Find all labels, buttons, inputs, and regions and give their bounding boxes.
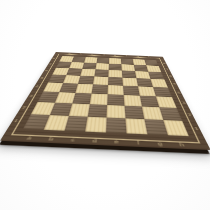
rank-label: 5 (170, 80, 178, 88)
square-e1 (106, 118, 127, 134)
file-label: c (61, 138, 84, 144)
rank-label: 7 (164, 66, 171, 73)
file-label: b (75, 53, 87, 55)
rank-label: 2 (184, 108, 196, 121)
board-border: abcdefgh abcdefgh 87654321 87654321 (0, 52, 210, 150)
file-label: g (132, 55, 144, 57)
rank-label: 3 (179, 97, 189, 108)
square-d2 (88, 104, 107, 117)
rank-label: 8 (50, 56, 57, 62)
square-h2 (159, 107, 182, 121)
rank-label: 2 (17, 101, 30, 114)
rank-label: 1 (190, 121, 204, 137)
file-label: h (170, 142, 194, 149)
rank-label: 4 (32, 82, 42, 91)
file-label: h (143, 56, 155, 58)
product-photo: abcdefgh abcdefgh 87654321 87654321 (0, 0, 210, 210)
file-label: c (86, 54, 98, 56)
square-c3 (72, 93, 91, 104)
rank-label: 6 (42, 67, 50, 74)
square-c1 (65, 116, 88, 132)
square-h1 (163, 120, 188, 136)
chess-board: abcdefgh abcdefgh 87654321 87654321 (0, 52, 210, 150)
rank-label: 5 (37, 74, 46, 82)
file-label: g (149, 141, 172, 148)
square-e2 (107, 105, 126, 118)
rank-label: 1 (8, 114, 23, 129)
rank-label: 8 (161, 60, 167, 66)
square-d1 (85, 117, 106, 133)
file-label: d (98, 54, 110, 56)
file-label: f (127, 140, 150, 146)
file-label: e (109, 54, 120, 56)
file-label: a (63, 53, 75, 55)
file-label: b (39, 137, 63, 143)
playing-area (23, 56, 189, 136)
rank-label: 4 (174, 88, 183, 98)
rank-label: 7 (47, 61, 55, 67)
square-d3 (90, 94, 108, 105)
square-e3 (107, 94, 124, 105)
file-label: f (121, 55, 133, 57)
file-label: d (83, 139, 105, 145)
square-c2 (69, 103, 90, 116)
file-label: a (17, 136, 41, 142)
rank-label: 3 (25, 91, 36, 102)
rank-label: 6 (167, 72, 175, 79)
file-label: e (105, 140, 127, 146)
